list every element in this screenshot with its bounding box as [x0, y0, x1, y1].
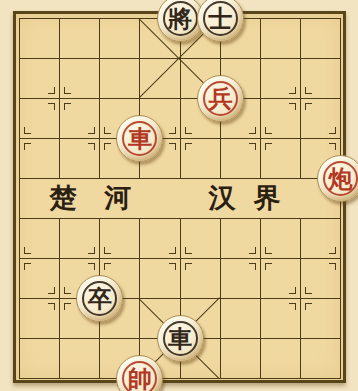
river-char-han: 汉	[209, 180, 236, 216]
point-marker-8-8	[305, 287, 312, 294]
piece-red-chariot[interactable]: 車	[116, 115, 163, 162]
grid-line-file-3-top	[99, 18, 100, 178]
piece-glyph-red-general: 帥	[128, 367, 152, 391]
point-marker-3-7	[104, 247, 111, 254]
point-marker-7-4	[249, 143, 256, 150]
point-marker-8-3	[305, 87, 312, 94]
point-marker-3-4	[88, 127, 95, 134]
piece-glyph-red-soldier: 兵	[208, 87, 232, 111]
piece-black-chariot[interactable]: 車	[157, 315, 204, 362]
point-marker-1-4	[24, 143, 31, 150]
point-marker-2-3	[64, 87, 71, 94]
point-marker-7-7	[249, 263, 256, 270]
xiangqi-screenshot: 楚 河 汉 界 將士兵車炮卒車帥	[0, 0, 358, 391]
piece-glyph-red-cannon: 炮	[329, 167, 353, 191]
point-marker-9-4	[329, 127, 336, 134]
point-marker-8-8	[289, 303, 296, 310]
point-marker-8-3	[305, 103, 312, 110]
river-char-jie: 界	[254, 180, 281, 216]
point-marker-2-3	[64, 103, 71, 110]
piece-glyph-black-general: 將	[168, 7, 192, 31]
point-marker-2-8	[64, 303, 71, 310]
piece-glyph-red-chariot: 車	[128, 127, 152, 151]
point-marker-1-4	[24, 127, 31, 134]
point-marker-3-4	[104, 143, 111, 150]
point-marker-8-3	[289, 103, 296, 110]
point-marker-5-7	[169, 247, 176, 254]
grid-line-file-8-top	[300, 18, 301, 178]
point-marker-7-7	[249, 247, 256, 254]
river-char-chu: 楚	[50, 180, 77, 216]
grid-line-file-1	[19, 18, 20, 378]
point-marker-9-7	[329, 263, 336, 270]
point-marker-5-7	[185, 263, 192, 270]
point-marker-3-7	[104, 263, 111, 270]
point-marker-8-8	[305, 303, 312, 310]
point-marker-7-4	[265, 127, 272, 134]
point-marker-5-4	[185, 127, 192, 134]
point-marker-3-7	[88, 247, 95, 254]
grid-line-file-7-top	[260, 18, 261, 178]
point-marker-7-7	[265, 263, 272, 270]
point-marker-8-3	[289, 87, 296, 94]
point-marker-5-7	[169, 263, 176, 270]
point-marker-3-4	[88, 143, 95, 150]
point-marker-7-4	[265, 143, 272, 150]
point-marker-5-4	[169, 127, 176, 134]
point-marker-1-7	[24, 263, 31, 270]
point-marker-2-3	[48, 87, 55, 94]
river-char-he: 河	[105, 180, 132, 216]
point-marker-9-7	[329, 247, 336, 254]
grid-line-rank-10	[19, 378, 341, 379]
point-marker-2-8	[48, 287, 55, 294]
point-marker-5-4	[185, 143, 192, 150]
grid-line-file-7-bottom	[260, 218, 261, 378]
point-marker-2-8	[64, 287, 71, 294]
piece-black-advisor[interactable]: 士	[197, 0, 244, 42]
piece-red-cannon[interactable]: 炮	[317, 155, 358, 202]
grid-line-file-8-bottom	[300, 218, 301, 378]
point-marker-2-8	[48, 303, 55, 310]
point-marker-8-8	[289, 287, 296, 294]
xiangqi-board: 楚 河 汉 界 將士兵車炮卒車帥	[0, 0, 358, 391]
piece-black-soldier[interactable]: 卒	[76, 275, 123, 322]
grid-line-file-5-top	[180, 18, 181, 178]
point-marker-7-4	[249, 127, 256, 134]
piece-glyph-black-soldier: 卒	[88, 287, 112, 311]
point-marker-7-7	[265, 247, 272, 254]
point-marker-1-7	[24, 247, 31, 254]
point-marker-2-3	[48, 103, 55, 110]
piece-red-soldier[interactable]: 兵	[197, 75, 244, 122]
point-marker-9-4	[329, 143, 336, 150]
point-marker-3-4	[104, 127, 111, 134]
grid-line-file-2-top	[59, 18, 60, 178]
point-marker-5-4	[169, 143, 176, 150]
point-marker-3-7	[88, 263, 95, 270]
piece-glyph-black-chariot: 車	[168, 327, 192, 351]
point-marker-5-7	[185, 247, 192, 254]
grid-line-rank-5	[19, 178, 341, 179]
piece-glyph-black-advisor: 士	[208, 7, 232, 31]
grid-line-file-2-bottom	[59, 218, 60, 378]
